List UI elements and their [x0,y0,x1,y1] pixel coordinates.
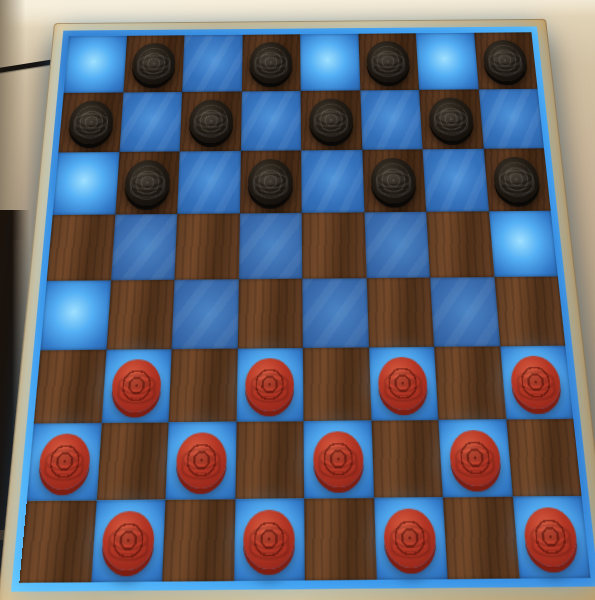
square-b5[interactable] [106,280,174,350]
square-c7[interactable]: ⛂ [165,422,236,500]
red-checker-piece[interactable]: ⛂ [509,356,563,409]
square-a6[interactable] [34,350,106,424]
square-e7[interactable]: ⛂ [303,421,373,499]
square-c1[interactable] [182,35,242,92]
square-d7[interactable] [235,421,304,499]
square-d8[interactable]: ⛂ [233,499,304,582]
black-checker-piece[interactable]: ⛂ [124,160,171,206]
checkers-board: ⛂⛂⛂⛂⛂⛂⛂⛂⛂⛂⛂⛂⛂⛂⛂⛂⛂⛂⛂⛂⛂⛂⛂⛂ [0,19,595,600]
black-checker-piece[interactable]: ⛂ [309,98,354,141]
square-f4[interactable] [364,212,430,278]
square-e6[interactable] [303,347,371,421]
square-d6[interactable]: ⛂ [236,348,303,422]
square-e2[interactable]: ⛂ [301,90,362,150]
square-e3[interactable] [301,150,364,213]
red-checker-piece[interactable]: ⛂ [101,511,156,571]
square-f6[interactable]: ⛂ [368,347,438,421]
square-b4[interactable] [111,214,178,280]
square-e8[interactable] [304,498,376,580]
red-checker-piece[interactable]: ⛂ [378,357,429,410]
square-d3[interactable]: ⛂ [239,150,301,213]
red-checker-piece[interactable]: ⛂ [448,430,502,486]
black-checker-piece[interactable]: ⛂ [131,43,176,84]
red-checker-piece[interactable]: ⛂ [383,508,437,568]
square-e4[interactable] [302,212,366,278]
black-checker-piece[interactable]: ⛂ [428,97,475,140]
wall-corner-shadow [0,0,30,240]
square-f8[interactable]: ⛂ [374,497,448,579]
square-f5[interactable] [366,278,434,348]
square-a1[interactable] [64,36,127,93]
square-c4[interactable] [174,213,239,279]
square-f1[interactable]: ⛂ [358,33,419,90]
square-h7[interactable] [506,419,582,497]
square-d1[interactable]: ⛂ [241,34,300,91]
square-h2[interactable] [478,89,544,149]
red-checker-piece[interactable]: ⛂ [111,359,162,412]
red-checker-piece[interactable]: ⛂ [175,432,227,488]
square-g7[interactable]: ⛂ [438,419,512,497]
red-checker-piece[interactable]: ⛂ [243,510,295,570]
square-d5[interactable] [237,279,303,349]
board-frame: ⛂⛂⛂⛂⛂⛂⛂⛂⛂⛂⛂⛂⛂⛂⛂⛂⛂⛂⛂⛂⛂⛂⛂⛂ [0,19,595,600]
square-h1[interactable]: ⛂ [474,32,538,89]
square-b1[interactable]: ⛂ [123,35,185,92]
square-a2[interactable]: ⛂ [58,92,123,152]
black-checker-piece[interactable]: ⛂ [188,100,233,143]
board-grid: ⛂⛂⛂⛂⛂⛂⛂⛂⛂⛂⛂⛂⛂⛂⛂⛂⛂⛂⛂⛂⛂⛂⛂⛂ [19,32,590,583]
square-c2[interactable]: ⛂ [180,91,242,151]
square-g2[interactable]: ⛂ [419,89,483,149]
square-e1[interactable] [300,34,360,91]
square-f7[interactable] [371,420,443,498]
square-g1[interactable] [416,33,479,90]
square-b3[interactable]: ⛂ [115,151,180,214]
square-a3[interactable] [53,152,119,215]
square-c5[interactable] [172,279,239,349]
square-g3[interactable] [423,149,489,212]
red-checker-piece[interactable]: ⛂ [313,431,364,487]
square-f3[interactable]: ⛂ [362,149,426,212]
black-checker-piece[interactable]: ⛂ [492,157,541,203]
square-a5[interactable] [40,280,110,350]
square-d2[interactable] [240,91,301,151]
square-h4[interactable] [488,211,557,277]
square-c3[interactable] [177,151,240,214]
black-checker-piece[interactable]: ⛂ [249,42,292,83]
square-g4[interactable] [426,211,494,277]
black-checker-piece[interactable]: ⛂ [67,101,114,144]
resin-glow-border: ⛂⛂⛂⛂⛂⛂⛂⛂⛂⛂⛂⛂⛂⛂⛂⛂⛂⛂⛂⛂⛂⛂⛂⛂ [11,26,595,591]
square-d4[interactable] [238,213,302,279]
square-h5[interactable] [494,276,565,346]
square-b8[interactable]: ⛂ [91,500,166,583]
square-b2[interactable] [119,92,182,152]
black-checker-piece[interactable]: ⛂ [370,158,417,204]
square-g5[interactable] [430,277,500,347]
square-b6[interactable]: ⛂ [101,349,171,423]
red-checker-piece[interactable]: ⛂ [37,433,91,489]
square-g6[interactable] [434,346,506,420]
square-h3[interactable]: ⛂ [483,148,550,211]
black-checker-piece[interactable]: ⛂ [366,41,411,82]
square-g8[interactable] [443,497,519,579]
checkers-photo-scene: ⛂⛂⛂⛂⛂⛂⛂⛂⛂⛂⛂⛂⛂⛂⛂⛂⛂⛂⛂⛂⛂⛂⛂⛂ [0,0,595,600]
square-a4[interactable] [47,215,115,281]
square-h6[interactable]: ⛂ [500,346,574,420]
black-checker-piece[interactable]: ⛂ [482,40,529,81]
square-c6[interactable] [169,349,238,423]
square-h8[interactable]: ⛂ [512,496,590,578]
square-b7[interactable] [96,422,169,500]
square-c8[interactable] [162,499,235,582]
square-a7[interactable]: ⛂ [27,423,101,501]
square-a8[interactable] [19,500,96,583]
square-f2[interactable] [360,90,423,150]
black-checker-piece[interactable]: ⛂ [248,159,293,205]
square-e5[interactable] [302,278,368,348]
red-checker-piece[interactable]: ⛂ [523,507,580,567]
red-checker-piece[interactable]: ⛂ [245,358,294,411]
